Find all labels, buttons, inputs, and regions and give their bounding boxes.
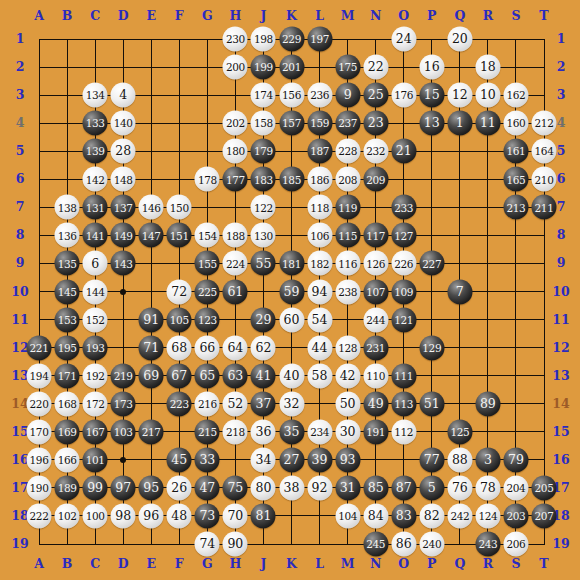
move-number: 218 [226,427,245,438]
stone-white-N5: 232 [363,139,388,164]
move-number: 81 [255,510,271,523]
stone-black-S16: 79 [503,447,528,472]
row-label: 7 [557,201,566,214]
stone-black-E12: 71 [139,335,164,360]
move-number: 210 [535,174,554,185]
move-number: 224 [226,258,245,269]
stone-black-G13: 65 [195,363,220,388]
stone-black-O14: 113 [391,391,416,416]
stone-black-O13: 111 [391,363,416,388]
stone-black-Q10: 7 [447,279,472,304]
stone-white-J8: 130 [251,223,276,248]
stone-black-J13: 41 [251,363,276,388]
move-number: 128 [338,342,357,353]
grid-line-vertical [151,39,152,545]
stone-black-G16: 33 [195,447,220,472]
stone-white-H5: 180 [223,139,248,164]
move-number: 55 [255,257,271,270]
move-number: 159 [310,118,329,129]
move-number: 179 [254,146,273,157]
stone-black-G10: 225 [195,279,220,304]
move-number: 206 [507,539,526,550]
star-point [120,289,126,295]
move-number: 73 [199,510,215,523]
stone-black-D14: 173 [111,391,136,416]
stone-black-K1: 229 [279,27,304,52]
stone-black-M4: 237 [335,111,360,136]
move-number: 35 [284,426,300,439]
stone-white-K13: 40 [279,363,304,388]
move-number: 144 [86,286,105,297]
move-number: 109 [394,286,413,297]
stone-black-R19: 243 [475,532,500,557]
row-label: 19 [11,538,28,551]
move-number: 70 [227,510,243,523]
stone-black-O11: 121 [391,307,416,332]
stone-white-P2: 16 [419,55,444,80]
move-number: 228 [338,146,357,157]
move-number: 62 [255,341,271,354]
stone-white-H18: 70 [223,503,248,528]
move-number: 45 [171,454,187,467]
stone-black-K2: 201 [279,55,304,80]
column-label: G [202,10,213,23]
move-number: 93 [340,454,356,467]
move-number: 143 [114,258,133,269]
move-number: 182 [310,258,329,269]
row-label: 1 [16,33,25,46]
move-number: 172 [86,398,105,409]
move-number: 188 [226,230,245,241]
move-number: 149 [114,230,133,241]
grid-line-horizontal [39,347,545,348]
move-number: 86 [396,538,412,551]
column-label: E [146,558,156,571]
stone-white-F12: 68 [167,335,192,360]
row-label: 8 [557,229,566,242]
move-number: 33 [199,454,215,467]
move-number: 103 [114,427,133,438]
stone-black-N19: 245 [363,532,388,557]
stone-black-K9: 181 [279,251,304,276]
move-number: 234 [310,427,329,438]
move-number: 216 [198,398,217,409]
stone-white-M6: 208 [335,167,360,192]
stone-white-L7: 118 [307,195,332,220]
move-number: 79 [508,454,524,467]
stone-white-C9: 6 [83,251,108,276]
move-number: 201 [282,62,301,73]
column-label: P [427,10,436,23]
move-number: 31 [340,482,356,495]
move-number: 170 [30,427,49,438]
stone-white-T4: 212 [532,111,557,136]
move-number: 181 [282,258,301,269]
row-label: 4 [557,117,566,130]
stone-black-N14: 49 [363,391,388,416]
stone-black-C15: 167 [83,419,108,444]
row-label: 11 [552,313,569,326]
move-number: 32 [284,397,300,410]
move-number: 7 [456,285,464,298]
move-number: 48 [171,510,187,523]
stone-black-R14: 89 [475,391,500,416]
column-label: D [118,558,129,571]
stone-white-K11: 60 [279,307,304,332]
move-number: 147 [142,230,161,241]
move-number: 112 [394,427,413,438]
move-number: 167 [86,427,105,438]
move-number: 213 [507,202,526,213]
move-number: 183 [254,174,273,185]
move-number: 222 [30,511,49,522]
stone-white-L13: 58 [307,363,332,388]
stone-white-N9: 126 [363,251,388,276]
stone-black-H17: 75 [223,475,248,500]
stone-white-A17: 190 [27,475,52,500]
stone-white-O15: 112 [391,419,416,444]
stone-white-G14: 216 [195,391,220,416]
move-number: 26 [171,482,187,495]
move-number: 28 [115,145,131,158]
row-label: 16 [552,454,569,467]
move-number: 154 [198,230,217,241]
stone-white-A15: 170 [27,419,52,444]
move-number: 245 [366,539,385,550]
stone-black-N10: 107 [363,279,388,304]
move-number: 202 [226,118,245,129]
move-number: 158 [254,118,273,129]
stone-black-T17: 205 [532,475,557,500]
move-number: 191 [366,427,385,438]
stone-white-A14: 220 [27,391,52,416]
move-number: 44 [312,341,328,354]
stone-black-C5: 139 [83,139,108,164]
move-number: 1 [456,117,464,130]
column-label: N [370,10,381,23]
stone-black-K6: 185 [279,167,304,192]
stone-black-D9: 143 [111,251,136,276]
move-number: 165 [507,174,526,185]
stone-black-M17: 31 [335,475,360,500]
stone-black-M2: 175 [335,55,360,80]
move-number: 164 [535,146,554,157]
row-label: 7 [16,201,25,214]
move-number: 217 [142,427,161,438]
move-number: 94 [312,285,328,298]
stone-white-M18: 104 [335,503,360,528]
move-number: 66 [199,341,215,354]
move-number: 190 [30,483,49,494]
move-number: 211 [535,202,554,213]
stone-white-E18: 96 [139,503,164,528]
stone-black-B13: 171 [55,363,80,388]
move-number: 141 [86,230,105,241]
move-number: 238 [338,286,357,297]
stone-white-H2: 200 [223,55,248,80]
move-number: 212 [535,118,554,129]
stone-black-T7: 211 [532,195,557,220]
stone-white-S4: 160 [503,111,528,136]
move-number: 34 [255,454,271,467]
row-label: 2 [16,61,25,74]
stone-white-B18: 102 [55,503,80,528]
row-label: 13 [552,369,569,382]
move-number: 92 [312,482,328,495]
move-number: 38 [284,482,300,495]
stone-black-O7: 233 [391,195,416,220]
move-number: 39 [312,454,328,467]
move-number: 237 [338,118,357,129]
move-number: 169 [58,427,77,438]
move-number: 173 [114,398,133,409]
column-label: C [90,10,100,23]
stone-white-D18: 98 [111,503,136,528]
move-number: 193 [86,342,105,353]
move-number: 21 [396,145,412,158]
stone-white-M10: 238 [335,279,360,304]
row-label: 19 [552,538,569,551]
stone-white-F7: 150 [167,195,192,220]
stone-white-K17: 38 [279,475,304,500]
move-number: 166 [58,455,77,466]
column-label: L [315,558,324,571]
move-number: 244 [366,314,385,325]
column-label: A [34,10,44,23]
row-label: 6 [16,173,25,186]
stone-white-H15: 218 [223,419,248,444]
stone-black-J11: 29 [251,307,276,332]
column-label: K [286,558,297,571]
move-number: 204 [507,483,526,494]
move-number: 203 [507,511,526,522]
stone-white-J1: 198 [251,27,276,52]
move-number: 137 [114,202,133,213]
move-number: 42 [340,369,356,382]
stone-white-A13: 194 [27,363,52,388]
stone-black-J9: 55 [251,251,276,276]
move-number: 153 [58,314,77,325]
move-number: 85 [368,482,384,495]
column-label: G [202,558,213,571]
move-number: 13 [424,117,440,130]
stone-black-L5: 187 [307,139,332,164]
stone-black-N3: 25 [363,83,388,108]
move-number: 187 [310,146,329,157]
stone-black-B11: 153 [55,307,80,332]
row-label: 10 [552,285,569,298]
move-number: 196 [30,455,49,466]
stone-black-E8: 147 [139,223,164,248]
move-number: 20 [452,33,468,46]
column-label: F [175,558,184,571]
grid-line-horizontal [39,544,545,545]
move-number: 180 [226,146,245,157]
stone-black-N8: 117 [363,223,388,248]
stone-black-E15: 217 [139,419,164,444]
move-number: 219 [114,370,133,381]
move-number: 10 [480,89,496,102]
stone-white-M12: 128 [335,335,360,360]
stone-white-F17: 26 [167,475,192,500]
stone-white-G8: 154 [195,223,220,248]
stone-white-F10: 72 [167,279,192,304]
move-number: 50 [340,397,356,410]
stone-black-B15: 169 [55,419,80,444]
stone-black-G9: 155 [195,251,220,276]
column-label: Q [454,10,465,23]
move-number: 107 [366,286,385,297]
move-number: 27 [284,454,300,467]
stone-black-J5: 179 [251,139,276,164]
row-label: 15 [552,426,569,439]
stone-black-M7: 119 [335,195,360,220]
stone-black-O8: 127 [391,223,416,248]
row-label: 8 [16,229,25,242]
stone-white-O1: 24 [391,27,416,52]
stone-black-H10: 61 [223,279,248,304]
stone-white-G19: 74 [195,532,220,557]
move-number: 52 [227,397,243,410]
stone-white-D6: 148 [111,167,136,192]
move-number: 157 [282,118,301,129]
stone-white-S17: 204 [503,475,528,500]
move-number: 22 [368,61,384,74]
move-number: 225 [198,286,217,297]
stone-white-A18: 222 [27,503,52,528]
stone-black-F16: 45 [167,447,192,472]
stone-white-Q3: 12 [447,83,472,108]
stone-black-L4: 159 [307,111,332,136]
move-number: 12 [452,89,468,102]
stone-white-L3: 236 [307,83,332,108]
stone-white-H8: 188 [223,223,248,248]
stone-white-C13: 192 [83,363,108,388]
row-label: 9 [16,257,25,270]
stone-white-D5: 28 [111,139,136,164]
move-number: 97 [115,482,131,495]
move-number: 102 [58,511,77,522]
move-number: 207 [535,511,554,522]
move-number: 223 [170,398,189,409]
move-number: 243 [478,539,497,550]
stone-white-B14: 168 [55,391,80,416]
move-number: 60 [284,313,300,326]
move-number: 106 [310,230,329,241]
stone-white-S19: 206 [503,532,528,557]
move-number: 6 [91,257,99,270]
stone-white-O3: 176 [391,83,416,108]
stone-black-H13: 63 [223,363,248,388]
stone-black-D13: 219 [111,363,136,388]
move-number: 229 [282,34,301,45]
stone-white-M15: 30 [335,419,360,444]
move-number: 11 [480,117,496,130]
move-number: 49 [368,397,384,410]
move-number: 145 [58,286,77,297]
move-number: 119 [338,202,357,213]
stone-white-N13: 110 [363,363,388,388]
move-number: 23 [368,117,384,130]
row-label: 2 [557,61,566,74]
stone-black-P3: 15 [419,83,444,108]
row-label: 5 [16,145,25,158]
move-number: 131 [86,202,105,213]
column-label: K [286,10,297,23]
stone-black-J2: 199 [251,55,276,80]
move-number: 100 [86,511,105,522]
column-label: B [62,10,73,23]
column-label: E [146,10,156,23]
stone-black-N17: 85 [363,475,388,500]
stone-black-P17: 5 [419,475,444,500]
move-number: 140 [114,118,133,129]
column-label: T [539,10,548,23]
move-number: 98 [115,510,131,523]
move-number: 136 [58,230,77,241]
stone-black-A12: 221 [27,335,52,360]
stone-black-O10: 109 [391,279,416,304]
move-number: 162 [507,90,526,101]
star-point [120,457,126,463]
move-number: 104 [338,511,357,522]
column-label: N [370,558,381,571]
move-number: 185 [282,174,301,185]
move-number: 105 [170,314,189,325]
move-number: 151 [170,230,189,241]
move-number: 208 [338,174,357,185]
stone-black-L16: 39 [307,447,332,472]
move-number: 18 [480,61,496,74]
stone-white-R2: 18 [475,55,500,80]
stone-black-R16: 3 [475,447,500,472]
stone-white-H9: 224 [223,251,248,276]
move-number: 127 [394,230,413,241]
move-number: 25 [368,89,384,102]
move-number: 71 [143,341,159,354]
stone-white-T5: 164 [532,139,557,164]
stone-white-N2: 22 [363,55,388,80]
stone-black-M8: 115 [335,223,360,248]
stone-black-D7: 137 [111,195,136,220]
column-label: H [229,10,241,23]
stone-black-Q4: 1 [447,111,472,136]
move-number: 87 [396,482,412,495]
move-number: 78 [480,482,496,495]
stone-white-R3: 10 [475,83,500,108]
stone-black-F8: 151 [167,223,192,248]
move-number: 175 [338,62,357,73]
move-number: 226 [394,258,413,269]
stone-white-G12: 66 [195,335,220,360]
column-label: S [511,10,520,23]
row-label: 12 [552,341,569,354]
stone-white-H4: 202 [223,111,248,136]
stone-black-C8: 141 [83,223,108,248]
stone-black-D17: 97 [111,475,136,500]
stone-white-J7: 122 [251,195,276,220]
stone-black-O17: 87 [391,475,416,500]
stone-white-L6: 186 [307,167,332,192]
move-number: 51 [424,397,440,410]
stone-white-F18: 48 [167,503,192,528]
stone-black-C4: 133 [83,111,108,136]
move-number: 75 [227,482,243,495]
stone-black-T18: 207 [532,503,557,528]
stone-white-J12: 62 [251,335,276,360]
row-label: 9 [557,257,566,270]
stone-white-J3: 174 [251,83,276,108]
